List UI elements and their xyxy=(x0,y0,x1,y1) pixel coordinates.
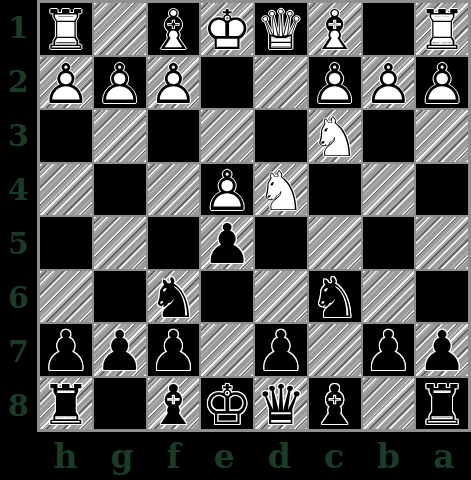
square-h7[interactable]: ♟ xyxy=(40,324,92,376)
square-e5[interactable]: ♟ xyxy=(201,217,253,269)
file-label-a: a xyxy=(417,432,471,480)
white-knight-piece: ♞♘ xyxy=(309,110,361,162)
piece-outline-layer: ♖ xyxy=(417,3,466,55)
white-bishop-piece: ♝♗ xyxy=(148,3,200,55)
black-pawn-piece: ♟ xyxy=(201,217,253,269)
square-b7[interactable]: ♟ xyxy=(363,324,415,376)
piece-outline-layer: ♙ xyxy=(95,57,144,109)
square-c6[interactable]: ♞ xyxy=(309,271,361,323)
black-pawn-piece: ♟ xyxy=(40,324,92,376)
rank-label-2: 2 xyxy=(0,54,37,108)
piece-outline-layer: ♙ xyxy=(41,57,90,109)
rank-label-6: 6 xyxy=(0,270,37,324)
rank-label-5: 5 xyxy=(0,216,37,270)
square-a2[interactable]: ♟♙ xyxy=(416,57,468,109)
square-a5[interactable] xyxy=(416,217,468,269)
square-g1[interactable] xyxy=(94,3,146,55)
white-rook-piece: ♜♖ xyxy=(40,3,92,55)
black-knight-piece: ♞ xyxy=(309,271,361,323)
piece-outline-layer: ♙ xyxy=(149,57,198,109)
file-label-h: h xyxy=(37,432,94,480)
square-f4[interactable] xyxy=(148,164,200,216)
piece-outline-layer: ♕ xyxy=(256,3,305,55)
piece-outline-layer: ♗ xyxy=(310,3,359,55)
square-d2[interactable] xyxy=(255,57,307,109)
rank-label-3: 3 xyxy=(0,108,37,162)
square-d1[interactable]: ♛♕ xyxy=(255,3,307,55)
square-e6[interactable] xyxy=(201,271,253,323)
square-h6[interactable] xyxy=(40,271,92,323)
square-e3[interactable] xyxy=(201,110,253,162)
rank-label-4: 4 xyxy=(0,162,37,216)
file-labels: h g f e d c b a xyxy=(37,432,471,480)
square-h1[interactable]: ♜♖ xyxy=(40,3,92,55)
square-g7[interactable]: ♟ xyxy=(94,324,146,376)
square-d8[interactable]: ♛ xyxy=(255,378,307,430)
square-c2[interactable]: ♟♙ xyxy=(309,57,361,109)
square-g3[interactable] xyxy=(94,110,146,162)
square-b2[interactable]: ♟♙ xyxy=(363,57,415,109)
square-c4[interactable] xyxy=(309,164,361,216)
chess-diagram: 1 2 3 4 5 6 7 8 ♜♖♝♗♚♔♛♕♝♗♜♖♟♙♟♙♟♙♟♙♟♙♟♙… xyxy=(0,0,471,480)
black-rook-piece: ♜ xyxy=(416,378,468,430)
black-queen-piece: ♛ xyxy=(255,378,307,430)
file-label-c: c xyxy=(307,432,360,480)
rank-label-7: 7 xyxy=(0,324,37,378)
square-b5[interactable] xyxy=(363,217,415,269)
square-c7[interactable] xyxy=(309,324,361,376)
piece-outline-layer: ♙ xyxy=(417,57,466,109)
piece-outline-layer: ♙ xyxy=(364,57,413,109)
square-a6[interactable] xyxy=(416,271,468,323)
black-bishop-piece: ♝ xyxy=(309,378,361,430)
white-pawn-piece: ♟♙ xyxy=(363,57,415,109)
white-pawn-piece: ♟♙ xyxy=(94,57,146,109)
black-rook-piece: ♜ xyxy=(40,378,92,430)
square-a4[interactable] xyxy=(416,164,468,216)
square-e1[interactable]: ♚♔ xyxy=(201,3,253,55)
square-g5[interactable] xyxy=(94,217,146,269)
square-g2[interactable]: ♟♙ xyxy=(94,57,146,109)
square-b6[interactable] xyxy=(363,271,415,323)
black-pawn-piece: ♟ xyxy=(148,324,200,376)
square-f8[interactable]: ♝ xyxy=(148,378,200,430)
white-pawn-piece: ♟♙ xyxy=(201,164,253,216)
square-a8[interactable]: ♜ xyxy=(416,378,468,430)
black-bishop-piece: ♝ xyxy=(148,378,200,430)
square-a1[interactable]: ♜♖ xyxy=(416,3,468,55)
square-f3[interactable] xyxy=(148,110,200,162)
square-b4[interactable] xyxy=(363,164,415,216)
square-g8[interactable] xyxy=(94,378,146,430)
black-pawn-piece: ♟ xyxy=(363,324,415,376)
black-pawn-piece: ♟ xyxy=(255,324,307,376)
white-pawn-piece: ♟♙ xyxy=(416,57,468,109)
square-c3[interactable]: ♞♘ xyxy=(309,110,361,162)
square-e2[interactable] xyxy=(201,57,253,109)
square-a7[interactable]: ♟ xyxy=(416,324,468,376)
rank-labels: 1 2 3 4 5 6 7 8 xyxy=(0,0,37,432)
white-pawn-piece: ♟♙ xyxy=(40,57,92,109)
square-d5[interactable] xyxy=(255,217,307,269)
rank-label-1: 1 xyxy=(0,0,37,54)
square-d4[interactable]: ♞♘ xyxy=(255,164,307,216)
square-h4[interactable] xyxy=(40,164,92,216)
square-c5[interactable] xyxy=(309,217,361,269)
square-g4[interactable] xyxy=(94,164,146,216)
file-label-g: g xyxy=(94,432,150,480)
square-d7[interactable]: ♟ xyxy=(255,324,307,376)
white-pawn-piece: ♟♙ xyxy=(148,57,200,109)
square-b8[interactable] xyxy=(363,378,415,430)
file-label-b: b xyxy=(361,432,417,480)
square-f2[interactable]: ♟♙ xyxy=(148,57,200,109)
square-f6[interactable]: ♞ xyxy=(148,271,200,323)
square-e4[interactable]: ♟♙ xyxy=(201,164,253,216)
piece-outline-layer: ♙ xyxy=(310,57,359,109)
piece-outline-layer: ♘ xyxy=(256,164,305,216)
file-label-f: f xyxy=(150,432,197,480)
white-bishop-piece: ♝♗ xyxy=(309,3,361,55)
square-d3[interactable] xyxy=(255,110,307,162)
piece-outline-layer: ♙ xyxy=(202,164,251,216)
piece-outline-layer: ♔ xyxy=(202,3,251,55)
white-pawn-piece: ♟♙ xyxy=(309,57,361,109)
square-h3[interactable] xyxy=(40,110,92,162)
white-knight-piece: ♞♘ xyxy=(255,164,307,216)
black-king-piece: ♚ xyxy=(201,378,253,430)
black-knight-piece: ♞ xyxy=(148,271,200,323)
square-h5[interactable] xyxy=(40,217,92,269)
square-h2[interactable]: ♟♙ xyxy=(40,57,92,109)
piece-outline-layer: ♗ xyxy=(149,3,198,55)
square-b1[interactable] xyxy=(363,3,415,55)
rank-label-8: 8 xyxy=(0,378,37,432)
board: ♜♖♝♗♚♔♛♕♝♗♜♖♟♙♟♙♟♙♟♙♟♙♟♙♞♘♟♙♞♘♟♞♞♟♟♟♟♟♟♜… xyxy=(37,0,471,432)
black-pawn-piece: ♟ xyxy=(416,324,468,376)
square-f5[interactable] xyxy=(148,217,200,269)
square-f7[interactable]: ♟ xyxy=(148,324,200,376)
file-label-d: d xyxy=(251,432,307,480)
square-c1[interactable]: ♝♗ xyxy=(309,3,361,55)
square-d6[interactable] xyxy=(255,271,307,323)
square-h8[interactable]: ♜ xyxy=(40,378,92,430)
square-e7[interactable] xyxy=(201,324,253,376)
square-b3[interactable] xyxy=(363,110,415,162)
white-queen-piece: ♛♕ xyxy=(255,3,307,55)
square-e8[interactable]: ♚ xyxy=(201,378,253,430)
white-king-piece: ♚♔ xyxy=(201,3,253,55)
piece-outline-layer: ♘ xyxy=(310,110,359,162)
square-g6[interactable] xyxy=(94,271,146,323)
piece-outline-layer: ♖ xyxy=(41,3,90,55)
square-c8[interactable]: ♝ xyxy=(309,378,361,430)
square-f1[interactable]: ♝♗ xyxy=(148,3,200,55)
square-a3[interactable] xyxy=(416,110,468,162)
black-pawn-piece: ♟ xyxy=(94,324,146,376)
file-label-e: e xyxy=(197,432,251,480)
white-rook-piece: ♜♖ xyxy=(416,3,468,55)
